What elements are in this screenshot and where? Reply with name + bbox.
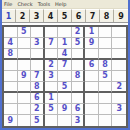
menu-item-check[interactable]: Check: [17, 0, 32, 8]
cell-r2c5[interactable]: 1: [58, 38, 72, 49]
cell-r8c2[interactable]: [18, 104, 32, 115]
cell-r1c2[interactable]: 5: [18, 27, 32, 38]
cell-r2c2[interactable]: [18, 38, 32, 49]
cell-r7c3[interactable]: 6: [31, 93, 45, 104]
cell-r6c1[interactable]: [4, 82, 18, 93]
cell-r2c7[interactable]: 9: [85, 38, 99, 49]
cell-r9c6[interactable]: 3: [72, 115, 86, 126]
cell-r5c8[interactable]: 5: [99, 71, 113, 82]
cell-r1c7[interactable]: 1: [85, 27, 99, 38]
cell-r3c4[interactable]: [45, 49, 59, 60]
digit-button-1[interactable]: 1: [2, 9, 16, 22]
cell-r8c4[interactable]: 5: [45, 104, 59, 115]
cell-r8c9[interactable]: 3: [112, 104, 126, 115]
cell-r6c8[interactable]: [99, 82, 113, 93]
cell-r3c8[interactable]: [99, 49, 113, 60]
cell-r8c3[interactable]: 2: [31, 104, 45, 115]
cell-r3c2[interactable]: [18, 49, 32, 60]
cell-r6c4[interactable]: [45, 82, 59, 93]
cell-r9c2[interactable]: [18, 115, 32, 126]
cell-r2c1[interactable]: 4: [4, 38, 18, 49]
cell-r1c6[interactable]: 2: [72, 27, 86, 38]
menu-bar: FileCheckToolsHelp: [2, 0, 128, 9]
cell-r5c4[interactable]: 3: [45, 71, 59, 82]
cell-r3c5[interactable]: 4: [58, 49, 72, 60]
cell-r6c7[interactable]: [85, 82, 99, 93]
cell-r1c9[interactable]: [112, 27, 126, 38]
cell-r9c1[interactable]: 9: [4, 115, 18, 126]
cell-r6c2[interactable]: [18, 82, 32, 93]
menu-item-file[interactable]: File: [4, 0, 12, 8]
cell-r4c4[interactable]: 2: [45, 60, 59, 71]
cell-r4c6[interactable]: [72, 60, 86, 71]
cell-r3c6[interactable]: [72, 49, 86, 60]
cell-r9c9[interactable]: [112, 115, 126, 126]
cell-r8c5[interactable]: 9: [58, 104, 72, 115]
cell-r3c3[interactable]: [31, 49, 45, 60]
cell-r6c3[interactable]: 8: [31, 82, 45, 93]
digit-button-6[interactable]: 6: [72, 9, 86, 22]
cell-r7c2[interactable]: [18, 93, 32, 104]
cell-r7c8[interactable]: [99, 93, 113, 104]
cell-r7c9[interactable]: [112, 93, 126, 104]
cell-r8c1[interactable]: [4, 104, 18, 115]
cell-r5c6[interactable]: 8: [72, 71, 86, 82]
cell-r1c3[interactable]: [31, 27, 45, 38]
cell-r7c7[interactable]: [85, 93, 99, 104]
cell-r5c9[interactable]: [112, 71, 126, 82]
cell-r9c4[interactable]: [45, 115, 59, 126]
digit-button-3[interactable]: 3: [30, 9, 44, 22]
menu-item-tools[interactable]: Tools: [38, 0, 50, 8]
cell-r9c7[interactable]: [85, 115, 99, 126]
cell-r2c3[interactable]: 3: [31, 38, 45, 49]
digit-button-8[interactable]: 8: [100, 9, 114, 22]
cell-r4c1[interactable]: [4, 60, 18, 71]
cell-r6c5[interactable]: 5: [58, 82, 72, 93]
cell-r2c6[interactable]: 5: [72, 38, 86, 49]
cell-r3c1[interactable]: 8: [4, 49, 18, 60]
cell-r7c4[interactable]: 1: [45, 93, 59, 104]
digit-picker-bar: 123456789: [2, 9, 128, 23]
cell-r5c1[interactable]: [4, 71, 18, 82]
cell-r6c6[interactable]: [72, 82, 86, 93]
cell-r5c2[interactable]: 9: [18, 71, 32, 82]
cell-r1c4[interactable]: [45, 27, 59, 38]
menu-item-help[interactable]: Help: [55, 0, 66, 8]
cell-r2c8[interactable]: [99, 38, 113, 49]
cell-r1c5[interactable]: [58, 27, 72, 38]
digit-button-4[interactable]: 4: [44, 9, 58, 22]
cell-r2c9[interactable]: [112, 38, 126, 49]
cell-r4c7[interactable]: 6: [85, 60, 99, 71]
cell-r5c3[interactable]: 7: [31, 71, 45, 82]
cell-r3c7[interactable]: [85, 49, 99, 60]
cell-r3c9[interactable]: [112, 49, 126, 60]
cell-r4c2[interactable]: [18, 60, 32, 71]
cell-r7c6[interactable]: [72, 93, 86, 104]
sudoku-app-window: FileCheckToolsHelp 123456789 52143715984…: [0, 0, 130, 130]
digit-button-9[interactable]: 9: [114, 9, 128, 22]
digit-button-7[interactable]: 7: [86, 9, 100, 22]
cell-r6c9[interactable]: 2: [112, 82, 126, 93]
digit-button-5[interactable]: 5: [58, 9, 72, 22]
cell-r9c3[interactable]: 5: [31, 115, 45, 126]
digit-button-2[interactable]: 2: [16, 9, 30, 22]
sudoku-board: 521437159842768973858526125963953: [2, 25, 128, 128]
cell-r8c6[interactable]: 6: [72, 104, 86, 115]
cell-r4c9[interactable]: [112, 60, 126, 71]
cell-r4c3[interactable]: [31, 60, 45, 71]
cell-r8c7[interactable]: [85, 104, 99, 115]
cell-r4c5[interactable]: 7: [58, 60, 72, 71]
cell-r8c8[interactable]: [99, 104, 113, 115]
cell-r1c1[interactable]: [4, 27, 18, 38]
cell-r9c8[interactable]: [99, 115, 113, 126]
cell-r4c8[interactable]: 8: [99, 60, 113, 71]
cell-r1c8[interactable]: [99, 27, 113, 38]
cell-r5c5[interactable]: [58, 71, 72, 82]
cell-r2c4[interactable]: 7: [45, 38, 59, 49]
cell-r5c7[interactable]: [85, 71, 99, 82]
cell-r7c5[interactable]: [58, 93, 72, 104]
cell-r7c1[interactable]: [4, 93, 18, 104]
cell-r9c5[interactable]: [58, 115, 72, 126]
